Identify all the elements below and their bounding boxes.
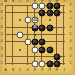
coord-top-A: A: [5, 0, 7, 3]
board-point-G7[interactable]: [46, 17, 53, 24]
board-point-C3[interactable]: [17, 46, 24, 53]
black-stone-F3[interactable]: [39, 46, 46, 53]
white-stone-E3[interactable]: [31, 46, 38, 53]
board-point-H5[interactable]: [53, 31, 60, 38]
coord-right-1: 1: [70, 62, 72, 66]
board-point-H4[interactable]: [53, 39, 60, 46]
black-stone-F8[interactable]: [39, 10, 46, 17]
board-point-J4[interactable]: [61, 39, 68, 46]
white-stone-C5[interactable]: [17, 31, 24, 38]
white-stone-F1[interactable]: [39, 61, 46, 68]
board-point-D3[interactable]: [24, 46, 31, 53]
board-point-A1[interactable]: [2, 61, 9, 68]
board-point-A8[interactable]: [2, 9, 9, 16]
coord-left-2: 2: [1, 55, 3, 59]
coord-bottom-F: F: [41, 69, 43, 73]
board-point-A6[interactable]: [2, 24, 9, 31]
coord-top-B: B: [12, 0, 14, 3]
board-point-E4[interactable]: [31, 39, 38, 46]
board-point-B5[interactable]: [9, 31, 16, 38]
black-stone-E4[interactable]: [31, 39, 38, 46]
board-point-C8[interactable]: [17, 9, 24, 16]
coord-bottom-C: C: [19, 69, 22, 73]
board-point-F3[interactable]: [39, 46, 46, 53]
board-point-D5[interactable]: [24, 31, 31, 38]
board-point-C6[interactable]: [17, 24, 24, 31]
coord-bottom-A: A: [5, 69, 7, 73]
board-point-C7[interactable]: [17, 17, 24, 24]
white-stone-D4[interactable]: [24, 39, 31, 46]
board-point-D7[interactable]: [24, 17, 31, 24]
coord-top-D: D: [26, 0, 29, 3]
coord-right-8: 8: [70, 11, 72, 15]
board-point-J7[interactable]: [61, 17, 68, 24]
board-point-E6[interactable]: 21: [31, 24, 38, 31]
board-point-G5[interactable]: [46, 31, 53, 38]
board-point-H6[interactable]: [53, 24, 60, 31]
coord-right-9: 9: [70, 4, 72, 8]
coord-right-3: 3: [70, 48, 72, 52]
board-point-A2[interactable]: [2, 53, 9, 60]
board-point-D6[interactable]: [24, 24, 31, 31]
board-point-E8[interactable]: [31, 9, 38, 16]
white-stone-E7[interactable]: 22: [31, 17, 38, 24]
board-point-D2[interactable]: [24, 53, 31, 60]
coord-top-F: F: [41, 0, 43, 3]
board-point-B1[interactable]: [9, 61, 16, 68]
board-point-C5[interactable]: [17, 31, 24, 38]
board-point-F2[interactable]: [39, 53, 46, 60]
board-point-D1[interactable]: [24, 61, 31, 68]
coord-left-5: 5: [1, 33, 3, 37]
board-point-G4[interactable]: [46, 39, 53, 46]
black-stone-G6[interactable]: [46, 24, 53, 31]
coord-left-4: 4: [1, 41, 3, 45]
board-point-B3[interactable]: [9, 46, 16, 53]
coord-left-6: 6: [1, 26, 3, 30]
board-point-H8[interactable]: [53, 9, 60, 16]
board-point-G2[interactable]: [46, 53, 53, 60]
coord-right-6: 6: [70, 26, 72, 30]
board-point-E5[interactable]: [31, 31, 38, 38]
board-point-B8[interactable]: [9, 9, 16, 16]
board-point-B7[interactable]: [9, 17, 16, 24]
board-point-C1[interactable]: [17, 61, 24, 68]
coord-left-7: 7: [1, 19, 3, 23]
white-stone-D7[interactable]: [24, 17, 31, 24]
move-number-label: 21: [33, 26, 36, 29]
board-point-D4[interactable]: [24, 39, 31, 46]
black-stone-H1[interactable]: [53, 61, 60, 68]
board-point-A3[interactable]: [2, 46, 9, 53]
board-point-J2[interactable]: [61, 53, 68, 60]
board-point-C4[interactable]: [17, 39, 24, 46]
coord-top-H: H: [56, 0, 59, 3]
board-point-G3[interactable]: [46, 46, 53, 53]
coord-right-2: 2: [70, 55, 72, 59]
coord-left-3: 3: [1, 48, 3, 52]
board-point-H3[interactable]: [53, 46, 60, 53]
board-point-G1[interactable]: [46, 61, 53, 68]
coord-right-7: 7: [70, 19, 72, 23]
coord-bottom-D: D: [26, 69, 29, 73]
board-point-J3[interactable]: [61, 46, 68, 53]
board-point-J6[interactable]: [61, 24, 68, 31]
board-point-F6[interactable]: [39, 24, 46, 31]
board-point-H2[interactable]: [53, 53, 60, 60]
board-point-A7[interactable]: [2, 17, 9, 24]
board-point-H7[interactable]: [53, 17, 60, 24]
coord-top-C: C: [19, 0, 22, 3]
coord-left-1: 1: [1, 62, 3, 66]
board-point-grid[interactable]: 2221: [2, 2, 68, 68]
coord-bottom-J: J: [63, 69, 65, 73]
board-point-J1[interactable]: [61, 61, 68, 68]
black-stone-G1[interactable]: [46, 61, 53, 68]
coord-bottom-B: B: [12, 69, 14, 73]
coord-bottom-G: G: [48, 69, 51, 73]
board-point-J8[interactable]: [61, 9, 68, 16]
coord-left-8: 8: [1, 11, 3, 15]
coord-left-9: 9: [1, 4, 3, 8]
black-stone-H2[interactable]: [53, 53, 60, 60]
coord-top-E: E: [34, 0, 36, 3]
board-point-J5[interactable]: [61, 31, 68, 38]
black-stone-G3[interactable]: [46, 46, 53, 53]
board-point-E7[interactable]: 22: [31, 17, 38, 24]
board-point-F7[interactable]: [39, 17, 46, 24]
board-point-E2[interactable]: [31, 53, 38, 60]
board-point-G6[interactable]: [46, 24, 53, 31]
board-point-F1[interactable]: [39, 61, 46, 68]
board-point-B6[interactable]: [9, 24, 16, 31]
board-point-C2[interactable]: [17, 53, 24, 60]
white-stone-E1[interactable]: [31, 61, 38, 68]
black-stone-F4[interactable]: [39, 39, 46, 46]
black-stone-F6[interactable]: [39, 24, 46, 31]
board-point-F4[interactable]: [39, 39, 46, 46]
coord-right-4: 4: [70, 41, 72, 45]
board-point-F8[interactable]: [39, 9, 46, 16]
board-point-F5[interactable]: [39, 31, 46, 38]
board-point-E3[interactable]: [31, 46, 38, 53]
coord-right-5: 5: [70, 33, 72, 37]
coord-bottom-E: E: [34, 69, 36, 73]
board-point-A5[interactable]: [2, 31, 9, 38]
black-stone-E6[interactable]: 21: [31, 24, 38, 31]
board-point-B2[interactable]: [9, 53, 16, 60]
coord-bottom-H: H: [56, 69, 59, 73]
board-point-A4[interactable]: [2, 39, 9, 46]
black-stone-H8[interactable]: [53, 10, 60, 17]
coord-top-J: J: [63, 0, 65, 3]
board-point-H1[interactable]: [53, 61, 60, 68]
board-point-E1[interactable]: [31, 61, 38, 68]
go-board: 2221 AABBCCDDEEFFGGHHJJ99887766554433221…: [0, 0, 75, 75]
board-point-D8[interactable]: [24, 9, 31, 16]
board-point-B4[interactable]: [9, 39, 16, 46]
move-number-label: 22: [33, 19, 36, 22]
coord-top-G: G: [48, 0, 51, 3]
black-stone-G8[interactable]: [46, 10, 53, 17]
board-point-G8[interactable]: [46, 9, 53, 16]
